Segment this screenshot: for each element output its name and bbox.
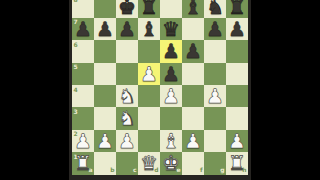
square-d3[interactable] [138,107,160,129]
square-a5[interactable]: 5 [72,63,94,85]
white-pawn[interactable]: ♟ [116,130,138,152]
rank-label-3: 3 [74,109,78,115]
square-e2[interactable]: ♝ [160,130,182,152]
black-king[interactable]: ♚ [116,0,138,18]
video-frame: 8♚♜♝♞♜7♟♟♟♝♛♟♟6♟♟5♟♟4♞♟♟3♞2♟♟♟♝♟♟1a♜bcd♛… [0,0,320,180]
square-h3[interactable] [226,107,248,129]
square-f5[interactable] [182,63,204,85]
square-e1[interactable]: e♚ [160,152,182,174]
square-c3[interactable]: ♞ [116,107,138,129]
white-pawn[interactable]: ♟ [138,63,160,85]
white-pawn[interactable]: ♟ [72,130,94,152]
square-d2[interactable] [138,130,160,152]
white-king[interactable]: ♚ [160,152,182,174]
square-g2[interactable] [204,130,226,152]
square-g7[interactable]: ♟ [204,18,226,40]
square-e8[interactable] [160,0,182,18]
file-label-b: b [110,167,114,173]
black-pawn[interactable]: ♟ [116,18,138,40]
square-f7[interactable] [182,18,204,40]
white-bishop[interactable]: ♝ [160,130,182,152]
file-label-c: c [133,167,137,173]
square-f8[interactable]: ♝ [182,0,204,18]
square-a6[interactable]: 6 [72,40,94,62]
board-frame: 8♚♜♝♞♜7♟♟♟♝♛♟♟6♟♟5♟♟4♞♟♟3♞2♟♟♟♝♟♟1a♜bcd♛… [69,0,251,180]
square-h5[interactable] [226,63,248,85]
square-a1[interactable]: 1a♜ [72,152,94,174]
square-a8[interactable]: 8 [72,0,94,18]
square-c5[interactable] [116,63,138,85]
square-c8[interactable]: ♚ [116,0,138,18]
square-c4[interactable]: ♞ [116,85,138,107]
square-h2[interactable]: ♟ [226,130,248,152]
square-g6[interactable] [204,40,226,62]
black-queen[interactable]: ♛ [160,18,182,40]
letterbox-left [0,0,69,180]
square-f1[interactable]: f [182,152,204,174]
black-pawn[interactable]: ♟ [160,63,182,85]
square-a7[interactable]: 7♟ [72,18,94,40]
white-queen[interactable]: ♛ [138,152,160,174]
square-h1[interactable]: h♜ [226,152,248,174]
square-b4[interactable] [94,85,116,107]
square-a4[interactable]: 4 [72,85,94,107]
square-c7[interactable]: ♟ [116,18,138,40]
square-b1[interactable]: b [94,152,116,174]
white-rook[interactable]: ♜ [72,152,94,174]
rank-label-8: 8 [74,0,78,3]
file-label-f: f [200,167,203,173]
white-rook[interactable]: ♜ [226,152,248,174]
square-d6[interactable] [138,40,160,62]
square-c6[interactable] [116,40,138,62]
square-e7[interactable]: ♛ [160,18,182,40]
black-rook[interactable]: ♜ [226,0,248,18]
square-b5[interactable] [94,63,116,85]
square-d1[interactable]: d♛ [138,152,160,174]
square-b7[interactable]: ♟ [94,18,116,40]
square-g4[interactable]: ♟ [204,85,226,107]
square-d8[interactable]: ♜ [138,0,160,18]
rank-label-4: 4 [74,87,78,93]
black-rook[interactable]: ♜ [138,0,160,18]
white-pawn[interactable]: ♟ [226,130,248,152]
black-pawn[interactable]: ♟ [72,18,94,40]
chess-board: 8♚♜♝♞♜7♟♟♟♝♛♟♟6♟♟5♟♟4♞♟♟3♞2♟♟♟♝♟♟1a♜bcd♛… [72,0,248,175]
black-pawn[interactable]: ♟ [182,40,204,62]
square-e3[interactable] [160,107,182,129]
square-f3[interactable] [182,107,204,129]
black-knight[interactable]: ♞ [204,0,226,18]
black-pawn[interactable]: ♟ [226,18,248,40]
black-bishop[interactable]: ♝ [138,18,160,40]
square-b8[interactable] [94,0,116,18]
square-h6[interactable] [226,40,248,62]
square-h8[interactable]: ♜ [226,0,248,18]
file-label-g: g [220,167,224,173]
white-knight[interactable]: ♞ [116,107,138,129]
square-d4[interactable] [138,85,160,107]
square-e6[interactable]: ♟ [160,40,182,62]
square-a2[interactable]: 2♟ [72,130,94,152]
rank-label-6: 6 [74,42,78,48]
white-knight[interactable]: ♞ [116,85,138,107]
black-pawn[interactable]: ♟ [94,18,116,40]
white-pawn[interactable]: ♟ [94,130,116,152]
square-d7[interactable]: ♝ [138,18,160,40]
square-b3[interactable] [94,107,116,129]
square-b6[interactable] [94,40,116,62]
white-pawn[interactable]: ♟ [160,85,182,107]
square-f2[interactable]: ♟ [182,130,204,152]
square-c1[interactable]: c [116,152,138,174]
square-h7[interactable]: ♟ [226,18,248,40]
square-d5[interactable]: ♟ [138,63,160,85]
black-bishop[interactable]: ♝ [182,0,204,18]
black-pawn[interactable]: ♟ [160,40,182,62]
square-g5[interactable] [204,63,226,85]
square-b2[interactable]: ♟ [94,130,116,152]
square-h4[interactable] [226,85,248,107]
white-pawn[interactable]: ♟ [204,85,226,107]
square-g3[interactable] [204,107,226,129]
white-pawn[interactable]: ♟ [182,130,204,152]
square-g1[interactable]: g [204,152,226,174]
black-pawn[interactable]: ♟ [204,18,226,40]
square-f4[interactable] [182,85,204,107]
square-e4[interactable]: ♟ [160,85,182,107]
square-c2[interactable]: ♟ [116,130,138,152]
square-a3[interactable]: 3 [72,107,94,129]
square-e5[interactable]: ♟ [160,63,182,85]
square-g8[interactable]: ♞ [204,0,226,18]
rank-label-5: 5 [74,64,78,70]
letterbox-right [251,0,320,180]
square-f6[interactable]: ♟ [182,40,204,62]
